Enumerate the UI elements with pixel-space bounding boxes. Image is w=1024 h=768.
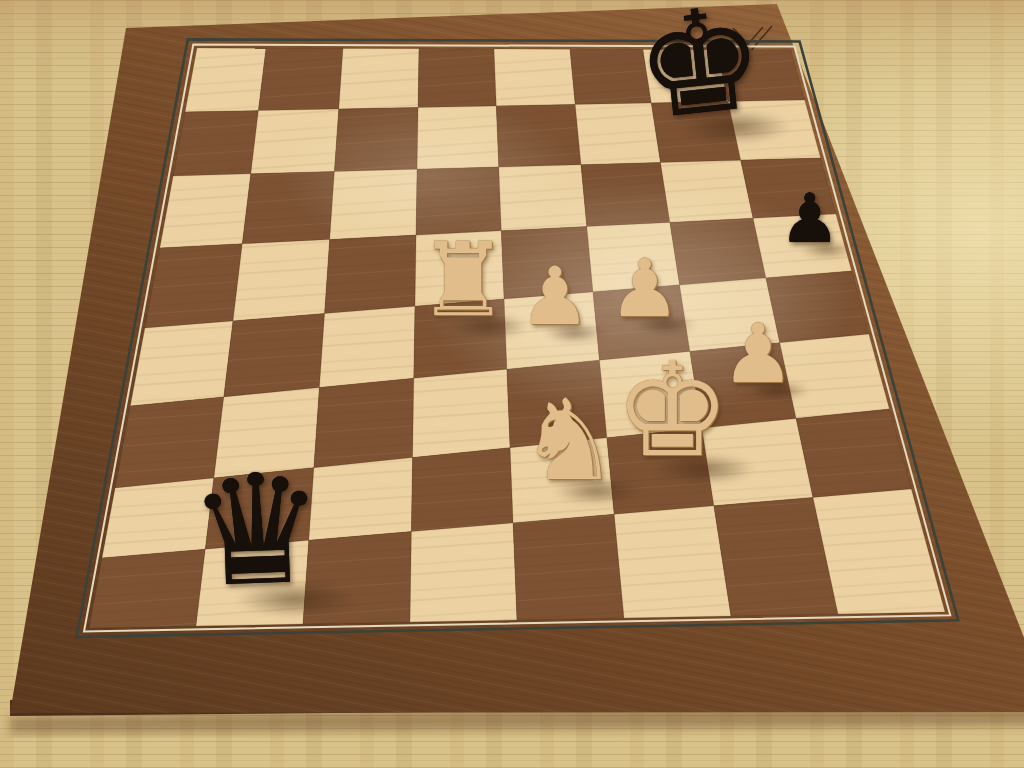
- black-king-g7[interactable]: ♚: [629, 0, 770, 140]
- chess-board[interactable]: [0, 0, 1024, 768]
- white-king-f2[interactable]: ♚: [614, 345, 731, 475]
- white-pawn-f4[interactable]: ♟: [609, 249, 681, 329]
- white-pawn-g3[interactable]: ♟: [721, 313, 795, 395]
- white-pawn-e4[interactable]: ♟: [519, 257, 591, 337]
- black-pawn-h5[interactable]: ♟: [779, 185, 840, 253]
- white-rook-d4[interactable]: ♜: [417, 229, 508, 331]
- white-knight-e2[interactable]: ♞: [519, 384, 619, 496]
- photo-scene: ♚♟♛♜♟♟♟♚♞: [0, 0, 1024, 768]
- black-queen-b1[interactable]: ♛: [187, 453, 328, 610]
